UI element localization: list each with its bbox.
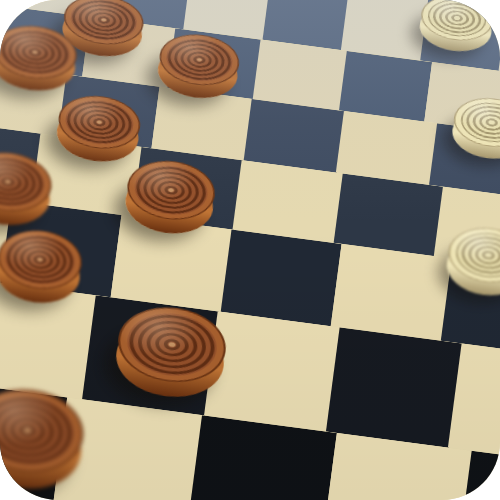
checker-piece-brown-left-edge	[0, 147, 55, 230]
checker-piece-brown-left-upper	[0, 21, 80, 95]
checker-piece-brown-bottom-left	[0, 383, 88, 496]
board-square	[253, 40, 347, 111]
board-rotation-layer	[0, 0, 500, 500]
board-square	[339, 51, 433, 122]
checker-piece-cream-right-middle	[449, 94, 500, 163]
board-square	[334, 173, 444, 256]
checker-piece-brown-row5-large	[112, 301, 231, 403]
checker-piece-cream-right-lower	[443, 223, 500, 300]
board-square	[326, 327, 462, 447]
board-square	[330, 244, 451, 341]
checker-piece-brown-row1-right	[155, 30, 243, 103]
checker-piece-brown-row4	[0, 225, 85, 307]
checker-piece-cream-top-right	[417, 0, 496, 55]
board-square	[220, 229, 341, 326]
screenshot	[0, 0, 500, 500]
checker-piece-brown-row3-center	[122, 156, 219, 239]
board-photo	[0, 0, 500, 500]
board-square	[233, 160, 343, 243]
checker-piece-brown-row2	[54, 91, 144, 166]
